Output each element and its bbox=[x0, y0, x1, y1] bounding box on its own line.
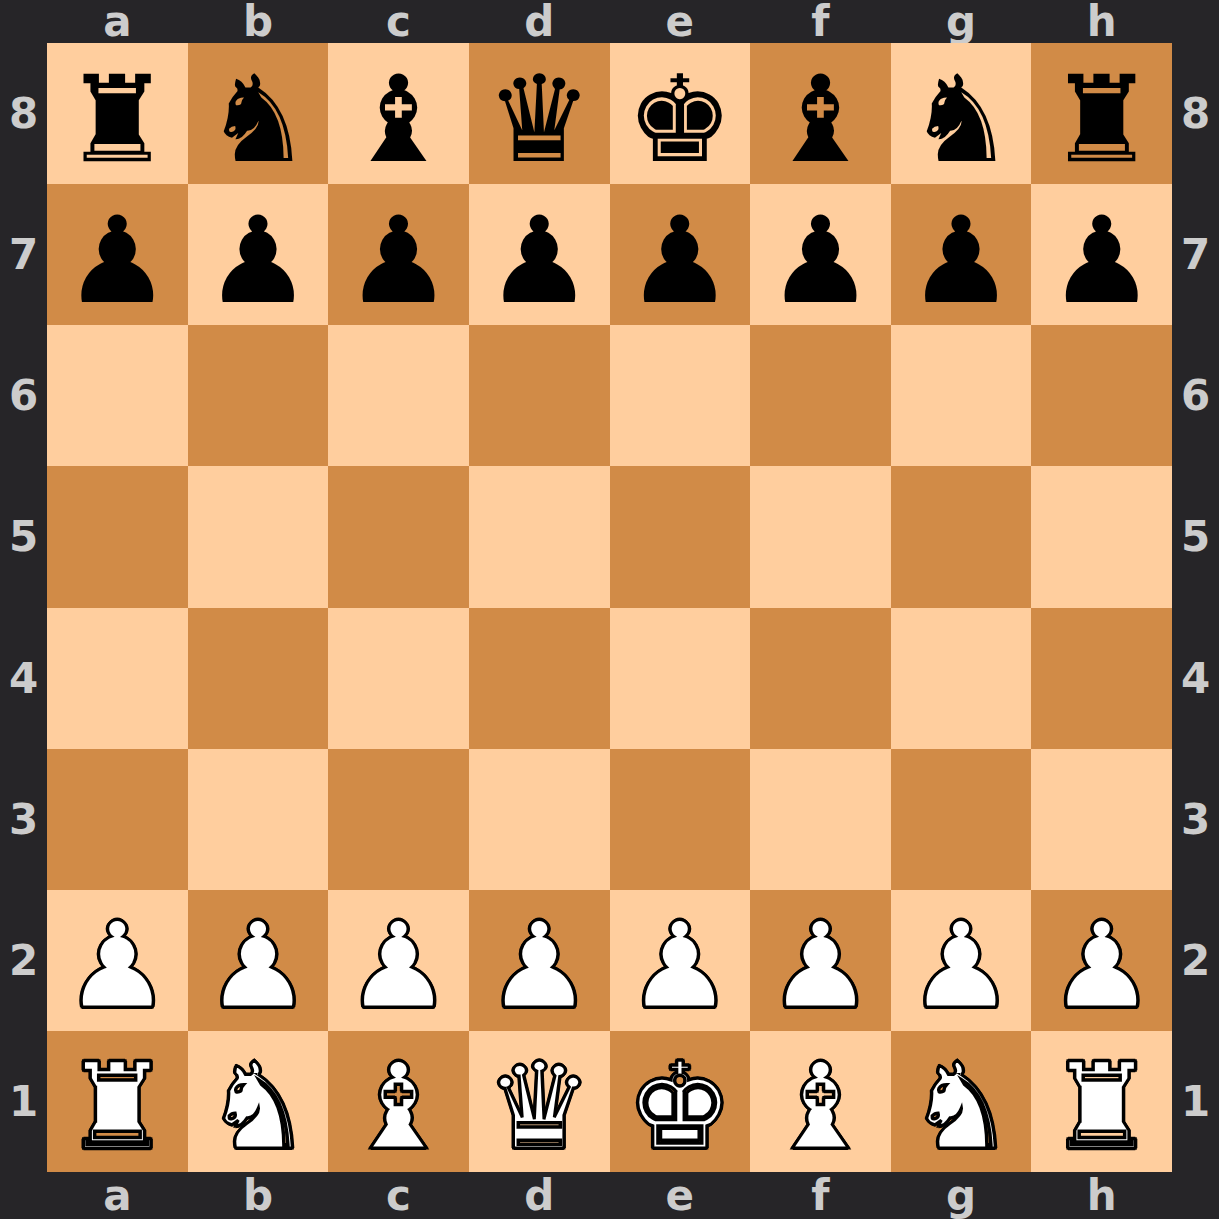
square-c3[interactable] bbox=[328, 749, 469, 890]
piece-black-king[interactable]: ♚ bbox=[626, 60, 734, 180]
square-c8[interactable]: ♝ bbox=[328, 43, 469, 184]
square-g1[interactable]: ♞ bbox=[891, 1031, 1032, 1172]
square-e7[interactable]: ♟ bbox=[610, 184, 751, 325]
piece-white-bishop[interactable]: ♝ bbox=[345, 1047, 453, 1167]
square-h8[interactable]: ♜ bbox=[1031, 43, 1172, 184]
square-c4[interactable] bbox=[328, 608, 469, 749]
square-a2[interactable]: ♟ bbox=[47, 890, 188, 1031]
piece-black-pawn[interactable]: ♟ bbox=[345, 201, 453, 321]
frame-corner bbox=[0, 0, 47, 43]
piece-white-pawn[interactable]: ♟ bbox=[204, 906, 312, 1026]
square-d3[interactable] bbox=[469, 749, 610, 890]
square-e5[interactable] bbox=[610, 466, 751, 607]
piece-black-pawn[interactable]: ♟ bbox=[64, 201, 172, 321]
square-f5[interactable] bbox=[750, 466, 891, 607]
square-a5[interactable] bbox=[47, 466, 188, 607]
square-c1[interactable]: ♝ bbox=[328, 1031, 469, 1172]
piece-black-pawn[interactable]: ♟ bbox=[767, 201, 875, 321]
square-b8[interactable]: ♞ bbox=[188, 43, 329, 184]
file-label-top-g: g bbox=[891, 0, 1032, 43]
piece-black-bishop[interactable]: ♝ bbox=[767, 60, 875, 180]
rank-label-left-6: 6 bbox=[0, 325, 47, 466]
file-label-bottom-g: g bbox=[891, 1172, 1032, 1219]
square-e1[interactable]: ♚ bbox=[610, 1031, 751, 1172]
square-b7[interactable]: ♟ bbox=[188, 184, 329, 325]
square-e6[interactable] bbox=[610, 325, 751, 466]
square-g6[interactable] bbox=[891, 325, 1032, 466]
file-label-bottom-h: h bbox=[1031, 1172, 1172, 1219]
file-label-bottom-f: f bbox=[750, 1172, 891, 1219]
square-c6[interactable] bbox=[328, 325, 469, 466]
rank-label-left-3: 3 bbox=[0, 749, 47, 890]
piece-white-pawn[interactable]: ♟ bbox=[907, 906, 1015, 1026]
square-d1[interactable]: ♛ bbox=[469, 1031, 610, 1172]
square-f1[interactable]: ♝ bbox=[750, 1031, 891, 1172]
file-label-bottom-a: a bbox=[47, 1172, 188, 1219]
rank-label-right-1: 1 bbox=[1172, 1031, 1219, 1172]
rank-label-right-7: 7 bbox=[1172, 184, 1219, 325]
square-c2[interactable]: ♟ bbox=[328, 890, 469, 1031]
piece-black-knight[interactable]: ♞ bbox=[907, 60, 1015, 180]
rank-label-right-6: 6 bbox=[1172, 325, 1219, 466]
square-d2[interactable]: ♟ bbox=[469, 890, 610, 1031]
piece-black-pawn[interactable]: ♟ bbox=[626, 201, 734, 321]
piece-white-pawn[interactable]: ♟ bbox=[1048, 906, 1156, 1026]
piece-white-pawn[interactable]: ♟ bbox=[64, 906, 172, 1026]
rank-label-right-8: 8 bbox=[1172, 43, 1219, 184]
piece-white-bishop[interactable]: ♝ bbox=[767, 1047, 875, 1167]
piece-black-rook[interactable]: ♜ bbox=[1048, 60, 1156, 180]
square-b6[interactable] bbox=[188, 325, 329, 466]
rank-label-left-4: 4 bbox=[0, 608, 47, 749]
file-label-top-c: c bbox=[328, 0, 469, 43]
square-f7[interactable]: ♟ bbox=[750, 184, 891, 325]
piece-white-rook[interactable]: ♜ bbox=[64, 1047, 172, 1167]
square-d6[interactable] bbox=[469, 325, 610, 466]
piece-white-pawn[interactable]: ♟ bbox=[626, 906, 734, 1026]
file-label-bottom-b: b bbox=[188, 1172, 329, 1219]
square-f2[interactable]: ♟ bbox=[750, 890, 891, 1031]
square-h7[interactable]: ♟ bbox=[1031, 184, 1172, 325]
square-h1[interactable]: ♜ bbox=[1031, 1031, 1172, 1172]
file-label-top-b: b bbox=[188, 0, 329, 43]
piece-black-queen[interactable]: ♛ bbox=[485, 60, 593, 180]
piece-white-king[interactable]: ♚ bbox=[626, 1047, 734, 1167]
square-d5[interactable] bbox=[469, 466, 610, 607]
square-f8[interactable]: ♝ bbox=[750, 43, 891, 184]
rank-label-right-4: 4 bbox=[1172, 608, 1219, 749]
square-a6[interactable] bbox=[47, 325, 188, 466]
square-h3[interactable] bbox=[1031, 749, 1172, 890]
rank-label-left-7: 7 bbox=[0, 184, 47, 325]
square-a8[interactable]: ♜ bbox=[47, 43, 188, 184]
file-label-bottom-d: d bbox=[469, 1172, 610, 1219]
file-label-top-d: d bbox=[469, 0, 610, 43]
square-e4[interactable] bbox=[610, 608, 751, 749]
square-g5[interactable] bbox=[891, 466, 1032, 607]
square-c7[interactable]: ♟ bbox=[328, 184, 469, 325]
rank-label-right-2: 2 bbox=[1172, 890, 1219, 1031]
square-b4[interactable] bbox=[188, 608, 329, 749]
square-d7[interactable]: ♟ bbox=[469, 184, 610, 325]
rank-label-left-5: 5 bbox=[0, 466, 47, 607]
rank-label-left-8: 8 bbox=[0, 43, 47, 184]
piece-black-pawn[interactable]: ♟ bbox=[204, 201, 312, 321]
piece-white-rook[interactable]: ♜ bbox=[1048, 1047, 1156, 1167]
square-g3[interactable] bbox=[891, 749, 1032, 890]
square-e2[interactable]: ♟ bbox=[610, 890, 751, 1031]
file-label-bottom-c: c bbox=[328, 1172, 469, 1219]
piece-white-pawn[interactable]: ♟ bbox=[767, 906, 875, 1026]
square-b3[interactable] bbox=[188, 749, 329, 890]
file-label-top-f: f bbox=[750, 0, 891, 43]
square-g7[interactable]: ♟ bbox=[891, 184, 1032, 325]
file-label-top-e: e bbox=[610, 0, 751, 43]
square-g2[interactable]: ♟ bbox=[891, 890, 1032, 1031]
square-a3[interactable] bbox=[47, 749, 188, 890]
piece-white-knight[interactable]: ♞ bbox=[204, 1047, 312, 1167]
piece-black-pawn[interactable]: ♟ bbox=[907, 201, 1015, 321]
piece-white-pawn[interactable]: ♟ bbox=[345, 906, 453, 1026]
square-d4[interactable] bbox=[469, 608, 610, 749]
piece-black-rook[interactable]: ♜ bbox=[64, 60, 172, 180]
file-label-top-h: h bbox=[1031, 0, 1172, 43]
square-b5[interactable] bbox=[188, 466, 329, 607]
file-label-bottom-e: e bbox=[610, 1172, 751, 1219]
piece-white-queen[interactable]: ♛ bbox=[485, 1047, 593, 1167]
frame-corner bbox=[1172, 1172, 1219, 1219]
frame-corner bbox=[0, 1172, 47, 1219]
square-h5[interactable] bbox=[1031, 466, 1172, 607]
square-e3[interactable] bbox=[610, 749, 751, 890]
chess-board-frame: abcdefgh8♜♞♝♛♚♝♞♜87♟♟♟♟♟♟♟♟7665544332♟♟♟… bbox=[0, 0, 1219, 1219]
piece-black-bishop[interactable]: ♝ bbox=[345, 60, 453, 180]
piece-black-pawn[interactable]: ♟ bbox=[485, 201, 593, 321]
piece-white-pawn[interactable]: ♟ bbox=[485, 906, 593, 1026]
square-b1[interactable]: ♞ bbox=[188, 1031, 329, 1172]
square-h2[interactable]: ♟ bbox=[1031, 890, 1172, 1031]
square-d8[interactable]: ♛ bbox=[469, 43, 610, 184]
square-a4[interactable] bbox=[47, 608, 188, 749]
rank-label-right-3: 3 bbox=[1172, 749, 1219, 890]
square-a1[interactable]: ♜ bbox=[47, 1031, 188, 1172]
square-g8[interactable]: ♞ bbox=[891, 43, 1032, 184]
piece-black-pawn[interactable]: ♟ bbox=[1048, 201, 1156, 321]
rank-label-right-5: 5 bbox=[1172, 466, 1219, 607]
piece-black-knight[interactable]: ♞ bbox=[204, 60, 312, 180]
square-c5[interactable] bbox=[328, 466, 469, 607]
square-g4[interactable] bbox=[891, 608, 1032, 749]
square-a7[interactable]: ♟ bbox=[47, 184, 188, 325]
square-b2[interactable]: ♟ bbox=[188, 890, 329, 1031]
square-f3[interactable] bbox=[750, 749, 891, 890]
rank-label-left-2: 2 bbox=[0, 890, 47, 1031]
square-e8[interactable]: ♚ bbox=[610, 43, 751, 184]
square-h6[interactable] bbox=[1031, 325, 1172, 466]
frame-corner bbox=[1172, 0, 1219, 43]
piece-white-knight[interactable]: ♞ bbox=[907, 1047, 1015, 1167]
rank-label-left-1: 1 bbox=[0, 1031, 47, 1172]
square-f4[interactable] bbox=[750, 608, 891, 749]
square-f6[interactable] bbox=[750, 325, 891, 466]
square-h4[interactable] bbox=[1031, 608, 1172, 749]
file-label-top-a: a bbox=[47, 0, 188, 43]
